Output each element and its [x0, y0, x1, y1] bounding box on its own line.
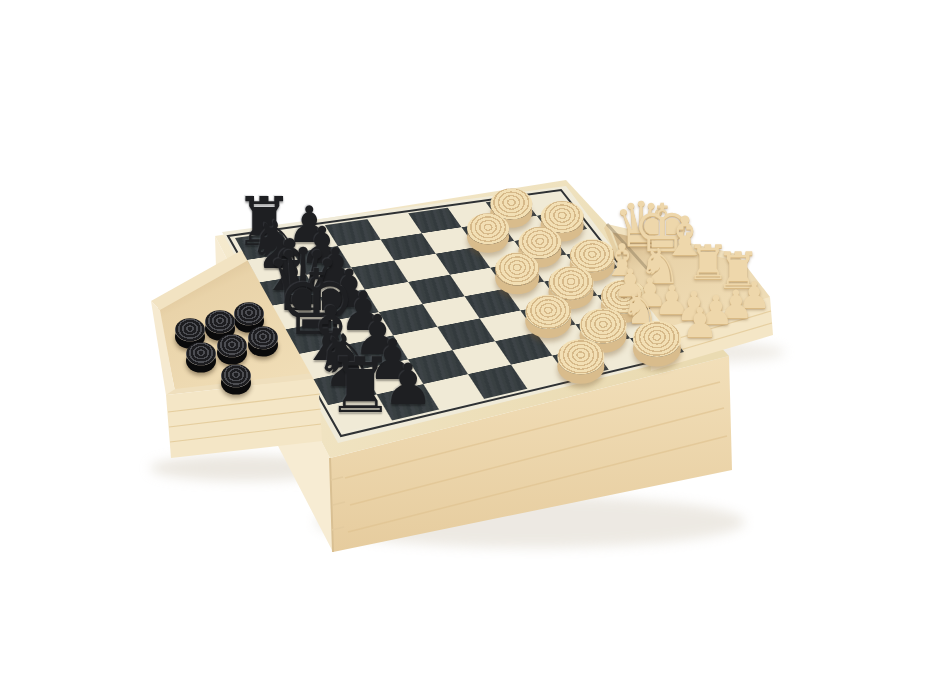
- board-game-product-photo: ♜♟♞♟♝♟♛♟♚♟♝♟♞♟♜♟♛♚♝♝♞♜♜♞♟♟♟♟♟♟♟♟: [0, 0, 928, 686]
